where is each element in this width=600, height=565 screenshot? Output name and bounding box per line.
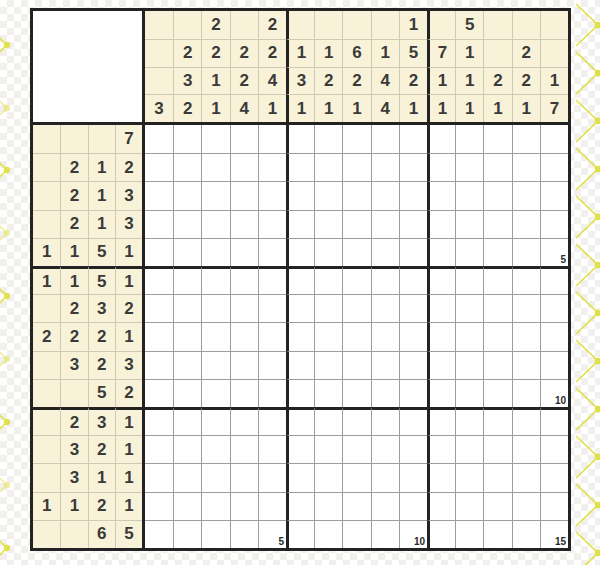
grid-cell[interactable] <box>483 435 511 463</box>
grid-cell[interactable] <box>512 351 540 379</box>
row-clue-cell: 1 <box>115 266 142 294</box>
grid-cell[interactable] <box>342 322 370 350</box>
grid-cell[interactable] <box>314 181 342 209</box>
grid-cell[interactable] <box>173 238 201 266</box>
grid-cell[interactable] <box>512 492 540 520</box>
grid-cell[interactable] <box>512 238 540 266</box>
grid-cell[interactable] <box>201 351 229 379</box>
grid-cell[interactable] <box>371 351 399 379</box>
column-clue-cell: 2 <box>201 11 229 39</box>
grid-cell[interactable] <box>342 520 370 548</box>
column-clue-cell: 4 <box>371 67 399 95</box>
column-clue-cell <box>512 11 540 39</box>
grid-cell[interactable] <box>483 294 511 322</box>
grid-cell[interactable] <box>286 125 314 153</box>
grid-cell[interactable] <box>399 379 427 407</box>
chevron-ornament-icon <box>575 435 600 483</box>
grid-cell[interactable] <box>286 153 314 181</box>
grid-cell[interactable] <box>512 294 540 322</box>
grid-cell[interactable] <box>173 463 201 491</box>
grid-cell[interactable] <box>173 379 201 407</box>
column-clue-cell: 2 <box>512 39 540 67</box>
grid-cell[interactable] <box>342 125 370 153</box>
grid-cell[interactable] <box>371 435 399 463</box>
grid-cell[interactable] <box>512 435 540 463</box>
grid-cell[interactable] <box>230 379 258 407</box>
grid-cell[interactable] <box>371 181 399 209</box>
grid-cell[interactable] <box>512 322 540 350</box>
grid-cell[interactable] <box>399 322 427 350</box>
grid-cell[interactable] <box>427 181 455 209</box>
row-clue-cell: 1 <box>115 322 142 350</box>
chevron-ornament-icon <box>0 23 10 71</box>
grid-cell[interactable] <box>455 520 483 548</box>
grid-cell[interactable] <box>286 351 314 379</box>
row-clue-cell: 1 <box>60 238 87 266</box>
chevron-ornament-icon <box>0 274 10 322</box>
grid-cell[interactable] <box>512 210 540 238</box>
column-clue-cell: 2 <box>399 67 427 95</box>
grid-cell[interactable] <box>145 463 173 491</box>
grid-cell[interactable] <box>145 351 173 379</box>
row-clue-cell: 2 <box>115 153 142 181</box>
column-clue-cell: 1 <box>540 67 568 95</box>
grid-cell[interactable]: 10 <box>540 379 568 407</box>
grid-cell[interactable] <box>427 463 455 491</box>
grid-cell[interactable] <box>371 322 399 350</box>
column-clue-cell: 1 <box>201 94 229 122</box>
grid-cell[interactable] <box>342 463 370 491</box>
chevron-ornament-icon <box>575 99 600 147</box>
column-clue-cell <box>483 39 511 67</box>
grid-cell[interactable] <box>342 379 370 407</box>
row-clue-cell <box>33 407 60 435</box>
column-clue-cell: 4 <box>371 94 399 122</box>
grid-cell[interactable] <box>483 463 511 491</box>
grid-cell[interactable] <box>399 435 427 463</box>
grid-cell[interactable] <box>371 294 399 322</box>
grid-cell[interactable] <box>512 125 540 153</box>
grid-cell[interactable] <box>540 463 568 491</box>
grid-cell[interactable] <box>342 407 370 435</box>
grid-cell[interactable] <box>230 492 258 520</box>
grid-cell[interactable] <box>173 351 201 379</box>
row-clue-cell: 2 <box>60 210 87 238</box>
grid-cell[interactable] <box>173 266 201 294</box>
grid-cell[interactable] <box>371 463 399 491</box>
column-clue-cell <box>540 11 568 39</box>
grid-cell[interactable] <box>258 238 286 266</box>
grid-cell[interactable] <box>201 492 229 520</box>
grid-cell[interactable] <box>258 125 286 153</box>
grid-cell[interactable] <box>230 210 258 238</box>
grid-cell[interactable] <box>540 153 568 181</box>
grid-cell[interactable] <box>371 153 399 181</box>
row-clue-cell: 5 <box>88 238 115 266</box>
grid-cell[interactable] <box>145 520 173 548</box>
grid-cell[interactable] <box>483 210 511 238</box>
grid-cell[interactable] <box>427 294 455 322</box>
row-clue-cell: 2 <box>115 294 142 322</box>
grid-cell[interactable] <box>483 322 511 350</box>
grid-cell[interactable] <box>371 407 399 435</box>
grid-cell[interactable] <box>314 463 342 491</box>
grid-cell[interactable] <box>512 407 540 435</box>
coordinate-label: 15 <box>555 536 566 548</box>
grid-cell[interactable] <box>201 520 229 548</box>
grid-cell[interactable] <box>314 153 342 181</box>
grid-cell[interactable] <box>145 435 173 463</box>
chevron-ornament-icon <box>575 531 600 565</box>
grid-cell[interactable] <box>371 379 399 407</box>
row-clue-cell <box>33 181 60 209</box>
row-clue-cell: 3 <box>88 294 115 322</box>
row-clue-cell: 1 <box>115 492 142 520</box>
grid-cell[interactable] <box>286 238 314 266</box>
grid-cell[interactable] <box>258 294 286 322</box>
grid-cell[interactable] <box>455 266 483 294</box>
grid-cell[interactable] <box>399 351 427 379</box>
column-clue-cell <box>173 11 201 39</box>
grid-cell[interactable] <box>427 238 455 266</box>
row-clue-cell <box>33 351 60 379</box>
grid-cell[interactable] <box>230 153 258 181</box>
grid-cell[interactable] <box>399 463 427 491</box>
coordinate-label: 5 <box>560 254 566 266</box>
grid-cell[interactable] <box>427 520 455 548</box>
grid-cell[interactable] <box>512 266 540 294</box>
grid-cell[interactable] <box>342 266 370 294</box>
grid-cell[interactable] <box>201 266 229 294</box>
grid-cell[interactable] <box>258 379 286 407</box>
grid-cell[interactable] <box>455 379 483 407</box>
grid-cell[interactable] <box>230 351 258 379</box>
grid-cell[interactable] <box>145 379 173 407</box>
grid-cell[interactable] <box>314 520 342 548</box>
grid-cell[interactable] <box>399 266 427 294</box>
grid-cell[interactable] <box>399 492 427 520</box>
grid-cell[interactable] <box>201 294 229 322</box>
grid-cell[interactable] <box>371 238 399 266</box>
grid-cell[interactable] <box>427 266 455 294</box>
grid-cell[interactable] <box>230 238 258 266</box>
grid-cell[interactable] <box>258 407 286 435</box>
row-clue-cell: 3 <box>60 351 87 379</box>
column-clue-cell <box>230 11 258 39</box>
grid-cell[interactable] <box>258 153 286 181</box>
column-clue-cell: 2 <box>314 67 342 95</box>
grid-cell[interactable]: 15 <box>540 520 568 548</box>
grid-cell[interactable] <box>455 238 483 266</box>
column-clue-cell <box>145 67 173 95</box>
column-clue-cell: 4 <box>230 94 258 122</box>
grid-cell[interactable] <box>483 520 511 548</box>
grid-cell[interactable] <box>173 181 201 209</box>
row-clue-cell: 1 <box>88 181 115 209</box>
grid-cell[interactable] <box>371 125 399 153</box>
grid-cell[interactable] <box>399 238 427 266</box>
grid-cell[interactable] <box>371 266 399 294</box>
column-clue-cell: 1 <box>483 94 511 122</box>
column-clue-cell <box>145 11 173 39</box>
grid-cell[interactable] <box>286 435 314 463</box>
grid-cell[interactable] <box>342 153 370 181</box>
column-clue-cell <box>314 11 342 39</box>
grid-cell[interactable] <box>512 379 540 407</box>
grid-cell[interactable] <box>230 520 258 548</box>
column-clue-cell: 1 <box>314 94 342 122</box>
row-clue-cell: 2 <box>115 379 142 407</box>
grid-cell[interactable] <box>483 266 511 294</box>
grid-cell[interactable] <box>145 407 173 435</box>
column-clue-cell: 2 <box>230 39 258 67</box>
column-clue-cell <box>427 11 455 39</box>
grid-cell[interactable] <box>145 238 173 266</box>
column-clue-cell: 2 <box>201 39 229 67</box>
grid-cell[interactable] <box>230 435 258 463</box>
grid-cell[interactable] <box>145 125 173 153</box>
chevron-ornament-icon <box>575 387 600 435</box>
grid-cell[interactable] <box>201 210 229 238</box>
grid-cell[interactable] <box>342 351 370 379</box>
column-clue-cell: 1 <box>455 67 483 95</box>
grid-cell[interactable] <box>286 463 314 491</box>
grid-cell[interactable] <box>145 153 173 181</box>
grid-cell[interactable] <box>455 463 483 491</box>
grid-cell[interactable] <box>201 153 229 181</box>
row-clue-cell <box>33 463 60 491</box>
grid-cell[interactable] <box>483 407 511 435</box>
grid-cell[interactable] <box>201 407 229 435</box>
grid-cell[interactable] <box>230 407 258 435</box>
column-clue-cell: 5 <box>455 11 483 39</box>
grid-cell[interactable] <box>540 294 568 322</box>
chevron-ornament-icon <box>575 147 600 195</box>
grid-cell[interactable] <box>173 294 201 322</box>
grid-cell[interactable] <box>201 435 229 463</box>
grid-cell[interactable] <box>173 210 201 238</box>
grid-cell[interactable] <box>314 210 342 238</box>
grid-cell[interactable] <box>145 266 173 294</box>
column-clue-cell <box>342 11 370 39</box>
row-clue-cell: 2 <box>88 322 115 350</box>
grid-cell[interactable] <box>173 322 201 350</box>
row-clue-cell: 3 <box>88 407 115 435</box>
row-clue-cell <box>33 153 60 181</box>
coordinate-label: 10 <box>555 395 566 407</box>
grid-cell[interactable] <box>286 266 314 294</box>
grid-cell[interactable] <box>286 210 314 238</box>
column-clue-cell: 2 <box>483 67 511 95</box>
grid-cell[interactable] <box>455 435 483 463</box>
grid-cell[interactable] <box>342 181 370 209</box>
grid-cell[interactable] <box>427 435 455 463</box>
grid-cell[interactable] <box>483 125 511 153</box>
grid-cell[interactable] <box>483 351 511 379</box>
grid-cell[interactable] <box>512 153 540 181</box>
grid-cell[interactable] <box>314 435 342 463</box>
grid-cell[interactable] <box>455 407 483 435</box>
grid-cell[interactable] <box>286 294 314 322</box>
grid-cell[interactable] <box>258 322 286 350</box>
grid-cell[interactable] <box>455 181 483 209</box>
grid-cell[interactable] <box>483 379 511 407</box>
row-clue-cell: 1 <box>33 238 60 266</box>
grid-cell[interactable] <box>455 351 483 379</box>
grid-cell[interactable] <box>512 463 540 491</box>
column-clue-cell: 1 <box>286 39 314 67</box>
grid-cell[interactable] <box>286 379 314 407</box>
grid-cell[interactable] <box>483 238 511 266</box>
grid-cell[interactable] <box>540 125 568 153</box>
grid-cell[interactable] <box>230 294 258 322</box>
column-clue-cell: 2 <box>342 67 370 95</box>
grid-cell[interactable] <box>342 435 370 463</box>
grid-cell[interactable]: 10 <box>399 520 427 548</box>
grid-cell[interactable] <box>512 520 540 548</box>
grid-cell[interactable] <box>258 435 286 463</box>
grid-cell[interactable]: 5 <box>258 520 286 548</box>
grid-cell[interactable] <box>314 407 342 435</box>
column-clue-cell: 7 <box>427 39 455 67</box>
grid-cell[interactable] <box>173 492 201 520</box>
grid-cell[interactable] <box>286 520 314 548</box>
grid-cell[interactable] <box>258 492 286 520</box>
grid-cell[interactable] <box>173 520 201 548</box>
grid-cell[interactable] <box>173 125 201 153</box>
grid-cell[interactable] <box>540 210 568 238</box>
grid-cell[interactable] <box>286 181 314 209</box>
grid-cell[interactable] <box>342 210 370 238</box>
column-clue-cell: 2 <box>258 11 286 39</box>
grid-cell[interactable] <box>258 266 286 294</box>
grid-cell[interactable] <box>314 125 342 153</box>
grid-cell[interactable] <box>540 407 568 435</box>
grid-cell[interactable] <box>540 266 568 294</box>
grid-cell[interactable] <box>371 492 399 520</box>
column-clue-cell: 6 <box>342 39 370 67</box>
grid-cell[interactable] <box>427 492 455 520</box>
grid-cell[interactable] <box>427 125 455 153</box>
row-clue-cell <box>60 125 87 153</box>
grid-cell[interactable] <box>286 492 314 520</box>
grid-cell[interactable] <box>230 266 258 294</box>
row-clue-cell: 1 <box>115 463 142 491</box>
grid-cell[interactable] <box>540 435 568 463</box>
grid-cell[interactable] <box>314 238 342 266</box>
grid-cell[interactable] <box>286 322 314 350</box>
grid-cell[interactable] <box>399 294 427 322</box>
grid-cell[interactable] <box>173 407 201 435</box>
grid-cell[interactable] <box>201 322 229 350</box>
column-clue-cell: 1 <box>371 39 399 67</box>
grid-cell[interactable] <box>427 351 455 379</box>
grid-cell[interactable] <box>258 463 286 491</box>
grid-cell[interactable] <box>455 294 483 322</box>
grid-cell[interactable] <box>173 153 201 181</box>
grid-cell[interactable] <box>314 492 342 520</box>
grid-cell[interactable] <box>145 294 173 322</box>
grid-cell[interactable] <box>455 210 483 238</box>
grid-cell[interactable] <box>145 492 173 520</box>
grid-cell[interactable] <box>455 492 483 520</box>
grid-cell[interactable] <box>399 125 427 153</box>
grid-cell[interactable] <box>540 351 568 379</box>
grid-cell[interactable] <box>145 322 173 350</box>
grid-cell[interactable]: 5 <box>540 238 568 266</box>
row-clue-cell: 2 <box>60 181 87 209</box>
grid-cell[interactable] <box>201 463 229 491</box>
grid-cell[interactable] <box>540 492 568 520</box>
grid-cell[interactable] <box>342 238 370 266</box>
grid-cell[interactable] <box>427 153 455 181</box>
grid-cell[interactable] <box>483 153 511 181</box>
grid-cell[interactable] <box>145 181 173 209</box>
grid-cell[interactable] <box>371 210 399 238</box>
grid-cell[interactable] <box>314 351 342 379</box>
row-clue-cell: 2 <box>88 351 115 379</box>
column-clue-cell: 3 <box>286 67 314 95</box>
grid-cell[interactable] <box>399 181 427 209</box>
grid-cell[interactable] <box>399 407 427 435</box>
grid-cell[interactable] <box>258 351 286 379</box>
grid-cell[interactable] <box>286 407 314 435</box>
grid-cell[interactable] <box>342 492 370 520</box>
grid-cell[interactable] <box>230 463 258 491</box>
coordinate-label: 10 <box>414 536 425 548</box>
grid-cell[interactable] <box>483 492 511 520</box>
chevron-ornament-icon <box>0 400 10 448</box>
column-clue-cell: 4 <box>258 67 286 95</box>
grid-cell[interactable] <box>230 125 258 153</box>
grid-cell[interactable] <box>455 153 483 181</box>
row-clue-cell <box>88 125 115 153</box>
grid-cell[interactable] <box>399 210 427 238</box>
grid-cell[interactable] <box>427 322 455 350</box>
grid-cell[interactable] <box>201 125 229 153</box>
grid-cell[interactable] <box>399 153 427 181</box>
grid-cell[interactable] <box>427 407 455 435</box>
row-clue-cell: 3 <box>60 435 87 463</box>
grid-cell[interactable] <box>145 210 173 238</box>
grid-cell[interactable] <box>427 379 455 407</box>
nonogram-board: 2215222211615712312432242112213214111141… <box>30 8 571 551</box>
grid-cell[interactable] <box>201 181 229 209</box>
grid-cell[interactable] <box>314 322 342 350</box>
grid-cell[interactable] <box>455 322 483 350</box>
grid-cell[interactable] <box>342 294 370 322</box>
grid-cell[interactable] <box>201 379 229 407</box>
grid-cell[interactable] <box>512 181 540 209</box>
grid-cell[interactable] <box>540 181 568 209</box>
grid-cell[interactable] <box>230 322 258 350</box>
row-clue-cell: 1 <box>115 435 142 463</box>
grid-cell[interactable] <box>371 520 399 548</box>
grid-cell[interactable] <box>314 294 342 322</box>
grid-cell[interactable] <box>173 435 201 463</box>
grid-cell[interactable] <box>230 181 258 209</box>
grid-cell[interactable] <box>483 181 511 209</box>
grid-cell[interactable] <box>258 181 286 209</box>
grid-cell[interactable] <box>258 210 286 238</box>
grid-cell[interactable] <box>314 379 342 407</box>
grid-cell[interactable] <box>201 238 229 266</box>
row-clue-cell: 2 <box>88 435 115 463</box>
grid-cell[interactable] <box>427 210 455 238</box>
grid-cell[interactable] <box>455 125 483 153</box>
grid-cell[interactable] <box>314 266 342 294</box>
grid-cell[interactable] <box>540 322 568 350</box>
